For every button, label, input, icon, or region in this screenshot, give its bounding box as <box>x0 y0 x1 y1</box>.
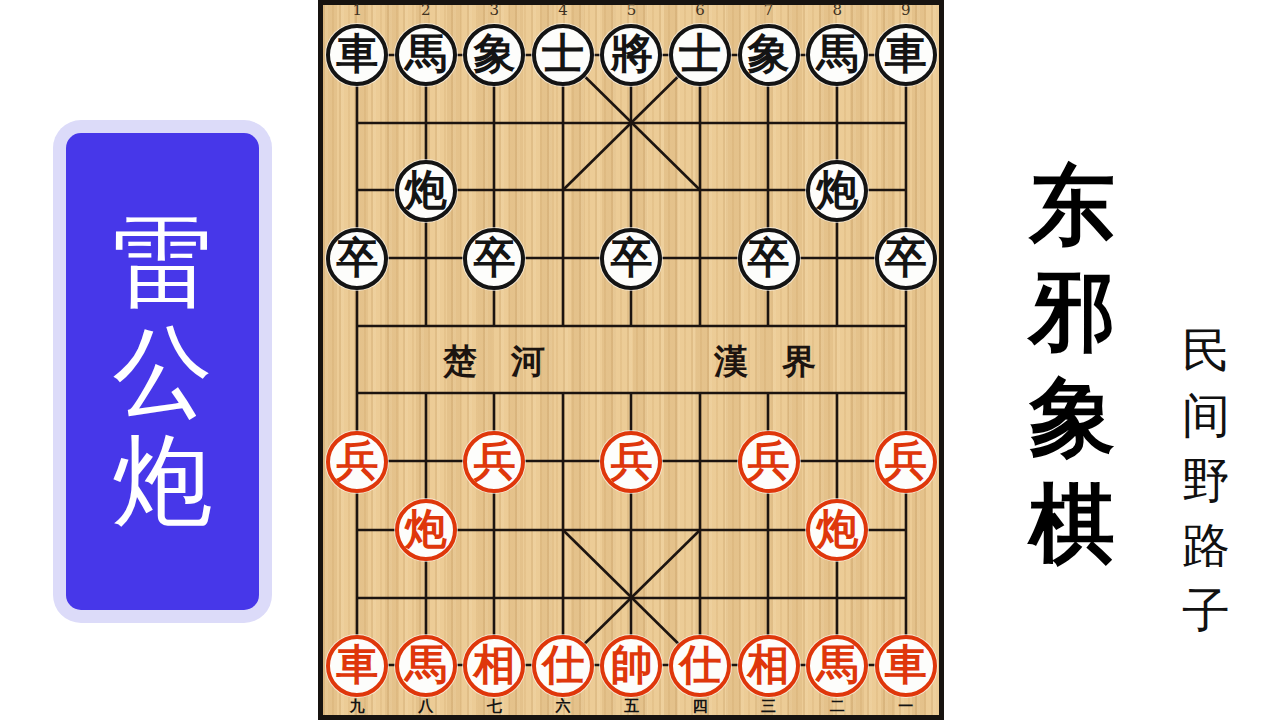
piece-red-elephant[interactable]: 相 <box>738 635 800 697</box>
file-label-top-8: 8 <box>832 0 842 20</box>
channel-title-char: 东 <box>1017 152 1127 258</box>
piece-glyph: 卒 <box>473 237 515 279</box>
piece-glyph: 馬 <box>816 33 858 75</box>
piece-black-cannon[interactable]: 炮 <box>395 160 457 222</box>
page: 雷 公 炮 <box>0 0 1280 720</box>
channel-title-char: 邪 <box>1017 258 1127 364</box>
piece-glyph: 炮 <box>816 169 858 211</box>
channel-subtitle-char: 野 <box>1174 448 1238 513</box>
piece-glyph: 兵 <box>885 440 927 482</box>
piece-black-cannon[interactable]: 炮 <box>806 160 868 222</box>
piece-glyph: 車 <box>885 33 927 75</box>
piece-black-horse[interactable]: 馬 <box>806 24 868 86</box>
file-label-top-5: 5 <box>627 0 637 20</box>
piece-glyph: 象 <box>473 33 515 75</box>
file-label-top-9: 9 <box>901 0 911 20</box>
opening-title-char: 公 <box>113 317 213 426</box>
channel-subtitle-char: 路 <box>1174 513 1238 578</box>
file-label-top-4: 4 <box>558 0 568 20</box>
piece-glyph: 象 <box>748 33 790 75</box>
piece-glyph: 帥 <box>610 644 652 686</box>
piece-red-soldier[interactable]: 兵 <box>738 431 800 493</box>
piece-red-cannon[interactable]: 炮 <box>395 499 457 561</box>
piece-glyph: 兵 <box>473 440 515 482</box>
piece-black-chariot[interactable]: 車 <box>875 24 937 86</box>
piece-black-advisor[interactable]: 士 <box>532 24 594 86</box>
piece-glyph: 馬 <box>405 644 447 686</box>
piece-glyph: 卒 <box>748 237 790 279</box>
opening-title-card-inner: 雷 公 炮 <box>66 133 259 610</box>
file-label-top-1: 1 <box>353 0 363 20</box>
piece-red-horse[interactable]: 馬 <box>806 635 868 697</box>
file-label-top-6: 6 <box>695 0 705 20</box>
piece-glyph: 士 <box>542 33 584 75</box>
piece-black-elephant[interactable]: 象 <box>738 24 800 86</box>
xiangqi-board: 123456789 九八七六五四三二一 楚 河 漢 界 車馬象士將士象馬車炮炮卒… <box>318 0 944 720</box>
piece-glyph: 仕 <box>679 644 721 686</box>
pieces-layer: 車馬象士將士象馬車炮炮卒卒卒卒卒兵兵兵兵兵炮炮車馬相仕帥仕相馬車 <box>323 21 940 700</box>
piece-red-advisor[interactable]: 仕 <box>532 635 594 697</box>
piece-red-elephant[interactable]: 相 <box>463 635 525 697</box>
piece-glyph: 兵 <box>336 440 378 482</box>
piece-black-general[interactable]: 將 <box>600 24 662 86</box>
channel-subtitle-char: 民 <box>1174 318 1238 383</box>
piece-glyph: 炮 <box>405 508 447 550</box>
piece-glyph: 馬 <box>816 644 858 686</box>
channel-subtitle-char: 间 <box>1174 383 1238 448</box>
file-label-top-2: 2 <box>421 0 431 20</box>
piece-red-cannon[interactable]: 炮 <box>806 499 868 561</box>
opening-title-char: 雷 <box>113 208 213 317</box>
piece-red-chariot[interactable]: 車 <box>875 635 937 697</box>
opening-title-char: 炮 <box>113 426 213 535</box>
piece-glyph: 卒 <box>885 237 927 279</box>
channel-title: 东 邪 象 棋 <box>1017 152 1127 576</box>
piece-red-soldier[interactable]: 兵 <box>326 431 388 493</box>
piece-glyph: 車 <box>336 644 378 686</box>
piece-glyph: 士 <box>679 33 721 75</box>
piece-glyph: 卒 <box>336 237 378 279</box>
piece-glyph: 炮 <box>405 169 447 211</box>
piece-black-soldier[interactable]: 卒 <box>326 228 388 290</box>
channel-subtitle-char: 子 <box>1174 578 1238 643</box>
file-label-top-7: 7 <box>764 0 774 20</box>
channel-title-char: 象 <box>1017 364 1127 470</box>
channel-subtitle: 民 间 野 路 子 <box>1174 318 1238 643</box>
piece-red-soldier[interactable]: 兵 <box>875 431 937 493</box>
piece-red-chariot[interactable]: 車 <box>326 635 388 697</box>
piece-black-soldier[interactable]: 卒 <box>463 228 525 290</box>
piece-black-horse[interactable]: 馬 <box>395 24 457 86</box>
piece-glyph: 兵 <box>610 440 652 482</box>
file-labels-top: 123456789 <box>323 0 940 20</box>
opening-title-card: 雷 公 炮 <box>53 120 272 623</box>
piece-black-chariot[interactable]: 車 <box>326 24 388 86</box>
piece-black-soldier[interactable]: 卒 <box>738 228 800 290</box>
piece-glyph: 車 <box>885 644 927 686</box>
piece-glyph: 卒 <box>610 237 652 279</box>
piece-red-soldier[interactable]: 兵 <box>600 431 662 493</box>
piece-glyph: 相 <box>748 644 790 686</box>
piece-black-soldier[interactable]: 卒 <box>875 228 937 290</box>
piece-glyph: 車 <box>336 33 378 75</box>
piece-glyph: 將 <box>610 33 652 75</box>
piece-red-advisor[interactable]: 仕 <box>669 635 731 697</box>
piece-glyph: 馬 <box>405 33 447 75</box>
channel-title-char: 棋 <box>1017 470 1127 576</box>
piece-glyph: 炮 <box>816 508 858 550</box>
piece-red-soldier[interactable]: 兵 <box>463 431 525 493</box>
piece-black-elephant[interactable]: 象 <box>463 24 525 86</box>
file-label-top-3: 3 <box>490 0 500 20</box>
piece-black-soldier[interactable]: 卒 <box>600 228 662 290</box>
piece-glyph: 相 <box>473 644 515 686</box>
piece-red-general[interactable]: 帥 <box>600 635 662 697</box>
piece-glyph: 仕 <box>542 644 584 686</box>
piece-glyph: 兵 <box>748 440 790 482</box>
piece-red-horse[interactable]: 馬 <box>395 635 457 697</box>
piece-black-advisor[interactable]: 士 <box>669 24 731 86</box>
